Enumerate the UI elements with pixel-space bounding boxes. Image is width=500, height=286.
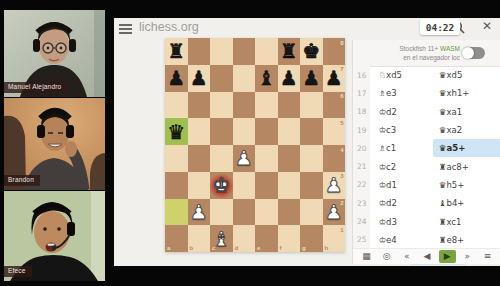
hamburger-menu-icon[interactable] <box>119 24 132 36</box>
square-e5[interactable] <box>255 118 278 145</box>
black-pawn: ♟ <box>325 68 343 88</box>
square-e2[interactable] <box>255 199 278 226</box>
webcam-name-label: Brandon <box>4 175 40 187</box>
square-g1[interactable]: g <box>300 225 323 252</box>
move-list: 16♘xd5♛xd517♗e3♛xh1+18♔d2♛xa119♔c3♛xa220… <box>353 66 500 249</box>
engine-toggle[interactable] <box>463 47 485 59</box>
move-number: 20 <box>353 139 370 157</box>
square-c7[interactable] <box>210 65 233 92</box>
last-move-icon[interactable]: » <box>459 250 476 263</box>
webcam-brandon: Brandon <box>4 98 105 190</box>
toggle-knob <box>462 47 474 59</box>
black-rook: ♜ <box>280 41 298 61</box>
move-row-25: 25♔e4♜e8+ <box>353 231 500 249</box>
engine-subtitle: en el navegador loc <box>403 54 460 61</box>
white-pawn: ♟ <box>235 148 253 168</box>
menu-icon[interactable]: ≡ <box>479 250 496 263</box>
file-label-d: d <box>235 245 239 251</box>
square-b8[interactable] <box>188 38 211 65</box>
move-23-black[interactable]: ♝b4+ <box>433 194 500 212</box>
move-25-black[interactable]: ♜e8+ <box>433 231 500 249</box>
move-21-white[interactable]: ♔c2 <box>370 157 432 175</box>
square-c1[interactable]: ♝c <box>210 225 233 252</box>
engine-header: Stockfish 11+ WASM en el navegador loc <box>353 40 500 67</box>
square-c8[interactable] <box>210 38 233 65</box>
close-icon[interactable]: ✕ <box>482 19 492 33</box>
square-f4[interactable] <box>278 145 301 172</box>
webcam-efece: Efece <box>4 191 105 281</box>
square-b2[interactable]: ♟ <box>188 199 211 226</box>
square-f7[interactable]: ♟ <box>278 65 301 92</box>
rank-label-8: 8 <box>340 40 343 46</box>
square-c6[interactable] <box>210 92 233 119</box>
square-f8[interactable]: ♜ <box>278 38 301 65</box>
square-e6[interactable] <box>255 92 278 119</box>
replay-toolbar: ▦◎«◀▶»≡ <box>353 248 500 264</box>
prev-move-icon[interactable]: ◀ <box>418 250 435 263</box>
square-b1[interactable]: b <box>188 225 211 252</box>
square-b5[interactable] <box>188 118 211 145</box>
webcam-name-label: Efece <box>4 266 32 278</box>
square-g6[interactable] <box>300 92 323 119</box>
square-d2[interactable] <box>233 199 256 226</box>
square-h8[interactable]: 8 <box>323 38 346 65</box>
site-title[interactable]: lichess.org <box>139 20 199 34</box>
move-row-20: 20♗c1♛a5+ <box>353 139 500 157</box>
white-pawn: ♟ <box>190 202 208 222</box>
engine-tech: WASM <box>440 45 460 52</box>
square-f3[interactable] <box>278 172 301 199</box>
square-d6[interactable] <box>233 92 256 119</box>
square-a4[interactable] <box>165 145 188 172</box>
square-e8[interactable] <box>255 38 278 65</box>
square-h5[interactable]: 5 <box>323 118 346 145</box>
lichess-app: lichess.org ✕ 04:22 ♜♜♚8♟♟♝♟♟♟76♛5♟4♚♟3♟… <box>114 18 500 266</box>
square-a2[interactable] <box>165 199 188 226</box>
square-f5[interactable] <box>278 118 301 145</box>
square-g7[interactable]: ♟ <box>300 65 323 92</box>
move-row-16: 16♘xd5♛xd5 <box>353 66 500 84</box>
square-d8[interactable] <box>233 38 256 65</box>
move-17-black[interactable]: ♛xh1+ <box>433 84 500 102</box>
black-queen: ♛ <box>167 122 185 142</box>
move-row-21: 21♔c2♜ac8+ <box>353 157 500 175</box>
square-a6[interactable] <box>165 92 188 119</box>
move-18-white[interactable]: ♔d2 <box>370 103 432 121</box>
move-row-19: 19♔c3♛xa2 <box>353 121 500 139</box>
white-king: ♚ <box>212 175 230 195</box>
engine-name: Stockfish 11+ <box>399 45 438 52</box>
black-clock: 04:22 <box>420 19 460 35</box>
screen: Manuel Alejandro Brandon <box>0 0 500 286</box>
webcam-name-label: Manuel Alejandro <box>4 82 67 94</box>
move-20-white[interactable]: ♗c1 <box>370 139 432 157</box>
move-21-black[interactable]: ♜ac8+ <box>433 157 500 175</box>
square-a8[interactable]: ♜ <box>165 38 188 65</box>
square-c5[interactable] <box>210 118 233 145</box>
move-row-22: 22♔d1♛h5+ <box>353 176 500 194</box>
square-e3[interactable] <box>255 172 278 199</box>
move-24-white[interactable]: ♔d3 <box>370 212 432 230</box>
square-g5[interactable] <box>300 118 323 145</box>
square-d3[interactable] <box>233 172 256 199</box>
move-row-23: 23♔d2♝b4+ <box>353 194 500 212</box>
move-22-white[interactable]: ♔d1 <box>370 176 432 194</box>
square-a5[interactable]: ♛ <box>165 118 188 145</box>
move-22-black[interactable]: ♛h5+ <box>433 176 500 194</box>
square-b6[interactable] <box>188 92 211 119</box>
white-pawn: ♟ <box>325 202 343 222</box>
black-pawn: ♟ <box>190 68 208 88</box>
move-18-black[interactable]: ♛xa1 <box>433 103 500 121</box>
file-label-e: e <box>257 245 260 251</box>
move-number: 22 <box>353 176 370 194</box>
square-b7[interactable]: ♟ <box>188 65 211 92</box>
next-move-icon[interactable]: ▶ <box>439 250 456 263</box>
square-e7[interactable]: ♝ <box>255 65 278 92</box>
square-a3[interactable] <box>165 172 188 199</box>
rank-label-5: 5 <box>340 120 343 126</box>
move-row-24: 24♔d3♜xc1 <box>353 212 500 230</box>
move-number: 18 <box>353 103 370 121</box>
square-a7[interactable]: ♟ <box>165 65 188 92</box>
white-pawn: ♟ <box>325 175 343 195</box>
analysis-board-icon[interactable]: ▦ <box>358 250 375 263</box>
analysis-panel: Stockfish 11+ WASM en el navegador loc 1… <box>352 40 500 264</box>
webcam-manuel-alejandro: Manuel Alejandro <box>4 10 105 97</box>
square-g8[interactable]: ♚ <box>300 38 323 65</box>
square-c3[interactable]: ♚ <box>210 172 233 199</box>
move-19-black[interactable]: ♛xa2 <box>433 121 500 139</box>
file-label-h: h <box>325 245 329 251</box>
move-number: 16 <box>353 66 370 84</box>
move-number: 23 <box>353 194 370 212</box>
square-f1[interactable]: f <box>278 225 301 252</box>
move-row-18: 18♔d2♛xa1 <box>353 103 500 121</box>
first-move-icon[interactable]: « <box>398 250 415 263</box>
chess-board[interactable]: ♜♜♚8♟♟♝♟♟♟76♛5♟4♚♟3♟♟2ab♝cdefgh1 <box>165 38 345 252</box>
black-pawn: ♟ <box>280 68 298 88</box>
square-e4[interactable] <box>255 145 278 172</box>
settings-icon[interactable]: ◎ <box>378 250 395 263</box>
rank-label-6: 6 <box>340 93 343 99</box>
move-25-white[interactable]: ♔e4 <box>370 231 432 249</box>
file-label-f: f <box>280 245 282 251</box>
square-h7[interactable]: ♟7 <box>323 65 346 92</box>
engine-label: Stockfish 11+ WASM en el navegador loc <box>399 44 460 63</box>
move-19-white[interactable]: ♔c3 <box>370 121 432 139</box>
square-b4[interactable] <box>188 145 211 172</box>
move-row-17: 17♗e3♛xh1+ <box>353 84 500 102</box>
rank-label-1: 1 <box>340 227 343 233</box>
square-d1[interactable]: d <box>233 225 256 252</box>
square-f2[interactable] <box>278 199 301 226</box>
square-d5[interactable] <box>233 118 256 145</box>
move-number: 21 <box>353 157 370 175</box>
move-16-black[interactable]: ♛xd5 <box>433 66 500 84</box>
square-g2[interactable] <box>300 199 323 226</box>
move-number: 24 <box>353 212 370 230</box>
square-h2[interactable]: ♟2 <box>323 199 346 226</box>
black-king: ♚ <box>302 41 320 61</box>
move-24-black[interactable]: ♜xc1 <box>433 212 500 230</box>
square-a1[interactable]: a <box>165 225 188 252</box>
square-e1[interactable]: e <box>255 225 278 252</box>
move-16-white[interactable]: ♘xd5 <box>370 66 432 84</box>
square-g3[interactable] <box>300 172 323 199</box>
square-c4[interactable] <box>210 145 233 172</box>
rank-label-4: 4 <box>340 147 343 153</box>
move-20-black[interactable]: ♛a5+ <box>433 139 500 157</box>
move-number: 17 <box>353 84 370 102</box>
move-17-white[interactable]: ♗e3 <box>370 84 432 102</box>
file-label-b: b <box>190 245 194 251</box>
square-g4[interactable] <box>300 145 323 172</box>
file-label-a: a <box>167 245 170 251</box>
black-pawn: ♟ <box>167 68 185 88</box>
white-bishop: ♝ <box>212 229 230 249</box>
move-number: 19 <box>353 121 370 139</box>
file-label-g: g <box>302 245 306 251</box>
square-d7[interactable] <box>233 65 256 92</box>
square-b3[interactable] <box>188 172 211 199</box>
square-h6[interactable]: 6 <box>323 92 346 119</box>
square-h3[interactable]: ♟3 <box>323 172 346 199</box>
square-f6[interactable] <box>278 92 301 119</box>
black-bishop: ♝ <box>257 68 275 88</box>
square-h1[interactable]: h1 <box>323 225 346 252</box>
square-d4[interactable]: ♟ <box>233 145 256 172</box>
black-rook: ♜ <box>167 41 185 61</box>
move-23-white[interactable]: ♔d2 <box>370 194 432 212</box>
move-number: 25 <box>353 231 370 249</box>
square-h4[interactable]: 4 <box>323 145 346 172</box>
square-c2[interactable] <box>210 199 233 226</box>
black-pawn: ♟ <box>302 68 320 88</box>
